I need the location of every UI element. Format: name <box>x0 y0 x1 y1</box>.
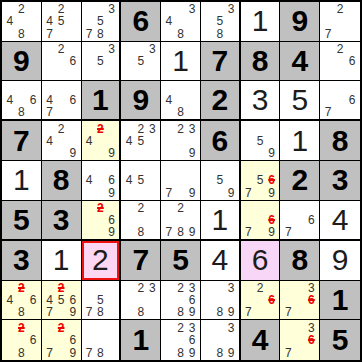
cell-r4c1[interactable]: 7 <box>2 121 42 161</box>
cell-r7c7[interactable]: 6 <box>241 241 281 281</box>
cell-r6c6[interactable]: 1 <box>201 201 241 241</box>
given-digit: 8 <box>241 42 280 81</box>
candidate-mark: 4 <box>166 94 173 106</box>
candidate-mark: 8 <box>137 306 144 318</box>
solved-digit: 2 <box>82 241 120 280</box>
solved-digit: 1 <box>280 121 319 160</box>
candidate-mark: 2 <box>58 43 65 55</box>
candidate-mark: 5 <box>137 55 144 67</box>
solved-digit: 9 <box>320 241 360 280</box>
candidate-mark: 6 <box>349 94 356 106</box>
given-digit: 4 <box>241 320 280 360</box>
given-digit: 3 <box>320 161 360 200</box>
candidate-mark: 6 <box>349 55 356 67</box>
cell-r8c7[interactable]: 267 <box>241 281 281 321</box>
struck-candidate-mark: 6 <box>308 294 315 306</box>
candidate-mark: 7 <box>166 187 173 199</box>
candidate-mark: 9 <box>189 347 196 359</box>
given-digit: 5 <box>2 201 41 239</box>
candidate-mark: 2 <box>137 282 144 294</box>
given-digit: 5 <box>320 320 360 360</box>
solved-digit: 5 <box>280 81 319 119</box>
candidate-mark: 3 <box>149 123 156 135</box>
solved-digit: 6 <box>241 241 280 280</box>
solved-digit: 1 <box>161 42 200 81</box>
candidate-mark: 7 <box>245 187 252 199</box>
candidate-mark: 8 <box>216 306 223 318</box>
cell-r8c8[interactable]: 367 <box>280 281 320 321</box>
cell-r1c4[interactable]: 6 <box>121 2 161 42</box>
cell-r8c4[interactable]: 238 <box>121 281 161 321</box>
candidate-mark: 2 <box>337 43 344 55</box>
candidate-mark: 8 <box>177 347 184 359</box>
candidate-mark: 2 <box>137 123 144 135</box>
cell-r1c7[interactable]: 1 <box>241 2 281 42</box>
candidate-mark: 6 <box>30 94 37 106</box>
given-digit: 8 <box>280 241 319 280</box>
cell-r6c9[interactable]: 4 <box>320 201 360 241</box>
candidate-mark: 7 <box>86 347 93 359</box>
candidate-mark: 9 <box>189 306 196 318</box>
cell-r7c5[interactable]: 5 <box>161 241 201 281</box>
cell-r9c4[interactable]: 1 <box>121 320 161 360</box>
cell-r2c4[interactable]: 35 <box>121 42 161 82</box>
cell-r4c5[interactable]: 239 <box>161 121 201 161</box>
candidate-mark: 6 <box>69 94 76 106</box>
solved-digit: 4 <box>320 201 360 239</box>
cell-r7c9[interactable]: 9 <box>320 241 360 281</box>
candidate-mark: 9 <box>108 147 115 159</box>
candidate-mark: 6 <box>189 334 196 346</box>
candidate-mark: 8 <box>18 347 25 359</box>
given-digit: 3 <box>2 241 41 280</box>
cell-r2c2[interactable]: 26 <box>42 42 82 82</box>
candidate-mark: 5 <box>58 15 65 27</box>
cell-r7c2[interactable]: 1 <box>42 241 82 281</box>
candidate-mark: 5 <box>257 174 264 186</box>
candidate-mark: 4 <box>86 174 93 186</box>
cell-r8c2[interactable]: 245679 <box>42 281 82 321</box>
cell-r1c5[interactable]: 348 <box>161 2 201 42</box>
given-digit: 9 <box>2 42 41 81</box>
candidate-mark: 5 <box>216 174 223 186</box>
cell-r5c4[interactable]: 45 <box>121 161 161 201</box>
candidate-mark: 7 <box>46 347 53 359</box>
candidate-mark: 2 <box>177 322 184 334</box>
candidate-mark: 5 <box>137 174 144 186</box>
cell-r3c3[interactable]: 1 <box>82 81 122 121</box>
cell-r7c8[interactable]: 8 <box>280 241 320 281</box>
candidate-mark: 5 <box>257 135 264 147</box>
candidate-mark: 4 <box>166 15 173 27</box>
cell-r9c9[interactable]: 5 <box>320 320 360 360</box>
candidate-mark: 6 <box>189 294 196 306</box>
given-digit: 6 <box>121 2 160 41</box>
struck-candidate-mark: 2 <box>97 123 104 135</box>
cell-r9c5[interactable]: 23689 <box>161 320 201 360</box>
given-digit: 1 <box>121 320 160 360</box>
cell-r8c3[interactable]: 578 <box>82 281 122 321</box>
cell-r2c6[interactable]: 7 <box>201 42 241 82</box>
candidate-mark: 8 <box>177 306 184 318</box>
candidate-mark: 4 <box>6 294 13 306</box>
cell-r8c5[interactable]: 23689 <box>161 281 201 321</box>
candidate-mark: 3 <box>189 123 196 135</box>
cell-r6c7[interactable]: 679 <box>241 201 281 241</box>
sudoku-board: 2482457357863483581927926353517842646846… <box>0 0 362 362</box>
candidate-mark: 4 <box>46 135 53 147</box>
candidate-mark: 3 <box>149 282 156 294</box>
candidate-mark: 4 <box>6 94 13 106</box>
cell-r7c3[interactable]: 2 <box>82 241 122 281</box>
given-digit: 6 <box>201 121 239 160</box>
candidate-mark: 9 <box>268 187 275 199</box>
candidate-mark: 9 <box>108 226 115 238</box>
cell-r5c1[interactable]: 1 <box>2 161 42 201</box>
cell-r7c1[interactable]: 3 <box>2 241 42 281</box>
cell-r2c9[interactable]: 26 <box>320 42 360 82</box>
given-digit: 7 <box>2 121 41 160</box>
candidate-mark: 2 <box>137 202 144 214</box>
cell-r3c2[interactable]: 467 <box>42 81 82 121</box>
cell-r2c1[interactable]: 9 <box>2 42 42 82</box>
given-digit: 4 <box>280 42 319 81</box>
candidate-mark: 8 <box>216 347 223 359</box>
cell-r5c6[interactable]: 59 <box>201 161 241 201</box>
candidate-mark: 6 <box>30 334 37 346</box>
candidate-mark: 6 <box>69 55 76 67</box>
cell-r1c2[interactable]: 2457 <box>42 2 82 42</box>
candidate-mark: 5 <box>216 15 223 27</box>
cell-r8c9[interactable]: 1 <box>320 281 360 321</box>
candidate-mark: 2 <box>177 282 184 294</box>
candidate-mark: 2 <box>58 123 65 135</box>
cell-r1c3[interactable]: 3578 <box>82 2 122 42</box>
cell-r6c4[interactable]: 28 <box>121 201 161 241</box>
cell-r3c8[interactable]: 5 <box>280 81 320 121</box>
cell-r4c4[interactable]: 2345 <box>121 121 161 161</box>
candidate-mark: 5 <box>97 15 104 27</box>
candidate-mark: 5 <box>97 55 104 67</box>
cell-r9c7[interactable]: 4 <box>241 320 281 360</box>
given-digit: 3 <box>42 201 81 239</box>
cell-r3c9[interactable]: 67 <box>320 81 360 121</box>
cell-r4c3[interactable]: 249 <box>82 121 122 161</box>
cell-r8c1[interactable]: 2468 <box>2 281 42 321</box>
solved-digit: 4 <box>201 241 239 280</box>
cell-r2c5[interactable]: 1 <box>161 42 201 82</box>
candidate-mark: 2 <box>337 3 344 15</box>
cell-r5c2[interactable]: 8 <box>42 161 82 201</box>
cell-r2c7[interactable]: 8 <box>241 42 281 82</box>
candidate-mark: 4 <box>126 135 133 147</box>
cell-r5c7[interactable]: 5679 <box>241 161 281 201</box>
candidate-mark: 7 <box>46 28 53 40</box>
cell-r3c1[interactable]: 468 <box>2 81 42 121</box>
cell-r7c6[interactable]: 4 <box>201 241 241 281</box>
cell-r6c2[interactable]: 3 <box>42 201 82 241</box>
candidate-mark: 9 <box>189 187 196 199</box>
cell-r3c5[interactable]: 48 <box>161 81 201 121</box>
candidate-mark: 3 <box>308 282 315 294</box>
candidate-mark: 8 <box>18 106 25 118</box>
cell-r3c7[interactable]: 3 <box>241 81 281 121</box>
cell-r9c1[interactable]: 268 <box>2 320 42 360</box>
candidate-mark: 5 <box>97 294 104 306</box>
struck-candidate-mark: 2 <box>18 322 25 334</box>
candidate-mark: 9 <box>228 347 235 359</box>
candidate-mark: 7 <box>46 306 53 318</box>
candidate-mark: 9 <box>228 187 235 199</box>
candidate-mark: 5 <box>137 135 144 147</box>
candidate-mark: 7 <box>46 106 53 118</box>
cell-r5c5[interactable]: 79 <box>161 161 201 201</box>
candidate-mark: 8 <box>177 28 184 40</box>
cell-r1c6[interactable]: 358 <box>201 2 241 42</box>
cell-r7c4[interactable]: 7 <box>121 241 161 281</box>
candidate-mark: 4 <box>6 15 13 27</box>
candidate-mark: 8 <box>97 347 104 359</box>
cell-r4c6[interactable]: 6 <box>201 121 241 161</box>
cell-r5c3[interactable]: 469 <box>82 161 122 201</box>
given-digit: 1 <box>320 281 360 320</box>
candidate-mark: 7 <box>285 226 292 238</box>
struck-candidate-mark: 2 <box>58 322 65 334</box>
cell-r4c7[interactable]: 59 <box>241 121 281 161</box>
candidate-mark: 7 <box>285 306 292 318</box>
candidate-mark: 6 <box>30 294 37 306</box>
cell-r1c1[interactable]: 248 <box>2 2 42 42</box>
cell-r3c4[interactable]: 9 <box>121 81 161 121</box>
candidate-mark: 8 <box>97 28 104 40</box>
candidate-mark: 4 <box>46 294 53 306</box>
struck-candidate-mark: 6 <box>268 174 275 186</box>
given-digit: 7 <box>201 42 239 81</box>
candidate-mark: 4 <box>86 135 93 147</box>
candidate-mark: 8 <box>216 28 223 40</box>
given-digit: 2 <box>201 81 239 119</box>
cell-r9c3[interactable]: 78 <box>82 320 122 360</box>
solved-digit: 1 <box>42 241 81 280</box>
candidate-mark: 3 <box>228 3 235 15</box>
candidate-mark: 7 <box>86 306 93 318</box>
cell-r9c8[interactable]: 367 <box>280 320 320 360</box>
cell-r9c2[interactable]: 2679 <box>42 320 82 360</box>
cell-r6c3[interactable]: 269 <box>82 201 122 241</box>
candidate-mark: 3 <box>108 3 115 15</box>
candidate-mark: 8 <box>137 226 144 238</box>
candidate-mark: 4 <box>46 15 53 27</box>
given-digit: 2 <box>280 161 319 200</box>
candidate-mark: 7 <box>245 226 252 238</box>
cell-r6c1[interactable]: 5 <box>2 201 42 241</box>
cell-r4c9[interactable]: 8 <box>320 121 360 161</box>
candidate-mark: 6 <box>69 334 76 346</box>
candidate-mark: 9 <box>108 187 115 199</box>
candidate-mark: 7 <box>285 347 292 359</box>
cell-r9c6[interactable]: 389 <box>201 320 241 360</box>
candidate-mark: 7 <box>325 106 332 118</box>
candidate-mark: 2 <box>257 282 264 294</box>
candidate-mark: 7 <box>86 28 93 40</box>
candidate-mark: 7 <box>325 28 332 40</box>
candidate-mark: 3 <box>189 282 196 294</box>
candidate-mark: 3 <box>189 3 196 15</box>
candidate-mark: 3 <box>189 322 196 334</box>
solved-digit: 1 <box>2 161 41 200</box>
candidate-mark: 3 <box>228 322 235 334</box>
given-digit: 9 <box>280 2 319 41</box>
candidate-mark: 8 <box>177 106 184 118</box>
candidate-mark: 9 <box>69 147 76 159</box>
candidate-mark: 6 <box>308 214 315 226</box>
given-digit: 7 <box>121 241 160 280</box>
cell-r1c8[interactable]: 9 <box>280 2 320 42</box>
candidate-mark: 5 <box>58 294 65 306</box>
candidate-mark: 3 <box>228 282 235 294</box>
candidate-mark: 7 <box>245 306 252 318</box>
candidate-mark: 2 <box>177 202 184 214</box>
candidate-mark: 3 <box>308 322 315 334</box>
cell-r6c8[interactable]: 67 <box>280 201 320 241</box>
solved-digit: 1 <box>241 2 280 41</box>
candidate-mark: 9 <box>69 347 76 359</box>
cell-r5c8[interactable]: 2 <box>280 161 320 201</box>
candidate-mark: 9 <box>189 226 196 238</box>
struck-candidate-mark: 6 <box>308 334 315 346</box>
struck-candidate-mark: 2 <box>18 282 25 294</box>
candidate-mark: 9 <box>189 147 196 159</box>
cell-r2c8[interactable]: 4 <box>280 42 320 82</box>
cell-r1c9[interactable]: 27 <box>320 2 360 42</box>
candidate-mark: 3 <box>149 43 156 55</box>
solved-digit: 1 <box>201 201 239 239</box>
struck-candidate-mark: 2 <box>58 282 65 294</box>
cell-r6c5[interactable]: 2789 <box>161 201 201 241</box>
candidate-mark: 4 <box>126 174 133 186</box>
cell-r8c6[interactable]: 389 <box>201 281 241 321</box>
struck-candidate-mark: 2 <box>97 202 104 214</box>
given-digit: 5 <box>161 241 200 280</box>
candidate-mark: 7 <box>166 226 173 238</box>
candidate-mark: 9 <box>228 306 235 318</box>
candidate-mark: 9 <box>268 226 275 238</box>
cell-r5c9[interactable]: 3 <box>320 161 360 201</box>
candidate-mark: 2 <box>18 3 25 15</box>
given-digit: 8 <box>320 121 360 160</box>
given-digit: 9 <box>121 81 160 119</box>
cell-r2c3[interactable]: 35 <box>82 42 122 82</box>
solved-digit: 3 <box>241 81 280 119</box>
struck-candidate-mark: 6 <box>268 294 275 306</box>
candidate-mark: 2 <box>177 123 184 135</box>
candidate-mark: 6 <box>69 294 76 306</box>
cell-r4c8[interactable]: 1 <box>280 121 320 161</box>
candidate-mark: 8 <box>18 306 25 318</box>
given-digit: 1 <box>82 81 120 119</box>
candidate-mark: 6 <box>108 174 115 186</box>
candidate-mark: 8 <box>97 306 104 318</box>
candidate-mark: 8 <box>177 226 184 238</box>
candidate-mark: 9 <box>69 306 76 318</box>
cell-r3c6[interactable]: 2 <box>201 81 241 121</box>
given-digit: 8 <box>42 161 81 200</box>
cell-r4c2[interactable]: 249 <box>42 121 82 161</box>
candidate-mark: 3 <box>108 43 115 55</box>
candidate-mark: 2 <box>58 3 65 15</box>
candidate-mark: 9 <box>268 147 275 159</box>
candidate-mark: 8 <box>18 28 25 40</box>
